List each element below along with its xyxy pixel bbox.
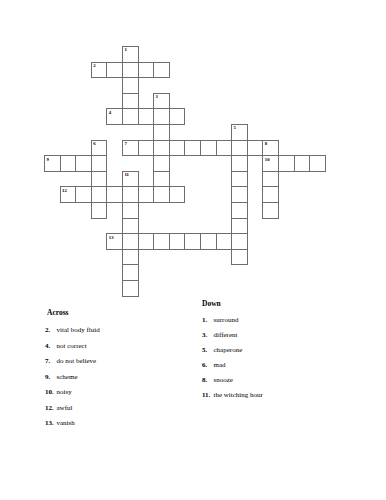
clue-number: 4. [44, 342, 57, 351]
across-clues-section: Across 2.vital body fluid4.not correct7.… [44, 308, 194, 317]
crossword-grid: 12345678910111213 [44, 46, 325, 296]
grid-cell[interactable] [91, 202, 108, 219]
grid-cell[interactable] [231, 155, 248, 172]
clue-number: 5. [201, 346, 214, 355]
clue-number: 3. [201, 331, 214, 340]
grid-cell[interactable] [216, 233, 233, 250]
down-clues-section: Down 1.surround3.different5.chaperone6.m… [201, 299, 381, 308]
grid-cell[interactable] [262, 186, 279, 203]
grid-cell[interactable] [75, 155, 92, 172]
clue-text: not correct [57, 342, 87, 350]
clue-text: mad [214, 361, 226, 369]
grid-cell[interactable]: 3 [153, 93, 170, 110]
grid-cell[interactable] [184, 140, 201, 157]
grid-cell[interactable] [262, 171, 279, 188]
cell-number: 3 [156, 94, 158, 99]
grid-cell[interactable]: 1 [122, 46, 139, 63]
crossword-worksheet-page: 12345678910111213 Across 2.vital body fl… [0, 0, 386, 500]
clue-number: 10. [44, 388, 57, 397]
clue-text: awful [57, 404, 73, 412]
grid-cell[interactable] [122, 62, 139, 79]
clue-item: 4.not correct [44, 342, 87, 351]
grid-cell[interactable] [153, 171, 170, 188]
grid-cell[interactable] [75, 186, 92, 203]
grid-cell[interactable] [138, 140, 155, 157]
grid-cell[interactable] [122, 264, 139, 281]
clue-number: 9. [44, 373, 57, 382]
clue-item: 7.do not believe [44, 357, 96, 366]
grid-cell[interactable] [91, 155, 108, 172]
cell-number: 9 [46, 157, 48, 162]
clue-text: vanish [57, 419, 75, 427]
cell-number: 11 [124, 172, 129, 177]
clue-number: 8. [201, 376, 214, 385]
clue-text: do not believe [57, 357, 97, 365]
clue-text: surround [214, 316, 239, 324]
cell-number: 4 [109, 110, 111, 115]
clue-item: 10.noisy [44, 388, 72, 397]
clue-number: 6. [201, 361, 214, 370]
clue-text: different [214, 331, 238, 339]
grid-cell[interactable] [231, 218, 248, 235]
grid-cell[interactable] [122, 93, 139, 110]
grid-cell[interactable] [122, 249, 139, 266]
grid-cell[interactable]: 13 [106, 233, 123, 250]
grid-cell[interactable] [91, 186, 108, 203]
clue-number: 13. [44, 419, 57, 428]
grid-cell[interactable] [231, 202, 248, 219]
clue-item: 3.different [201, 331, 237, 340]
grid-cell[interactable] [169, 140, 186, 157]
cell-number: 10 [265, 157, 270, 162]
clue-text: chaperone [214, 346, 243, 354]
clue-number: 12. [44, 404, 57, 413]
cell-number: 1 [124, 47, 126, 52]
grid-cell[interactable] [278, 155, 295, 172]
grid-cell[interactable] [216, 140, 233, 157]
grid-cell[interactable] [106, 62, 123, 79]
grid-cell[interactable] [153, 186, 170, 203]
grid-cell[interactable] [122, 186, 139, 203]
clue-number: 11. [201, 391, 214, 400]
grid-cell[interactable] [153, 108, 170, 125]
grid-cell[interactable]: 9 [44, 155, 61, 172]
clue-item: 2.vital body fluid [44, 326, 100, 335]
grid-cell[interactable]: 11 [122, 171, 139, 188]
cell-number: 2 [93, 63, 95, 68]
clue-item: 5.chaperone [201, 346, 242, 355]
grid-cell[interactable] [262, 202, 279, 219]
grid-cell[interactable] [122, 77, 139, 94]
grid-cell[interactable] [231, 171, 248, 188]
grid-cell[interactable] [138, 233, 155, 250]
grid-cell[interactable] [122, 218, 139, 235]
grid-cell[interactable]: 5 [231, 124, 248, 141]
grid-cell[interactable] [60, 155, 77, 172]
grid-cell[interactable] [138, 186, 155, 203]
across-header: Across [47, 308, 194, 317]
clue-item: 12.awful [44, 404, 72, 413]
grid-cell[interactable] [153, 140, 170, 157]
cell-number: 5 [234, 125, 236, 130]
cell-number: 7 [124, 141, 126, 146]
grid-cell[interactable]: 4 [106, 108, 123, 125]
grid-cell[interactable] [122, 233, 139, 250]
cell-number: 8 [265, 141, 267, 146]
grid-cell[interactable] [231, 140, 248, 157]
grid-cell[interactable] [247, 140, 264, 157]
grid-cell[interactable] [122, 108, 139, 125]
grid-cell[interactable] [106, 186, 123, 203]
grid-cell[interactable] [200, 233, 217, 250]
grid-cell[interactable]: 7 [122, 140, 139, 157]
grid-cell[interactable]: 2 [91, 62, 108, 79]
grid-cell[interactable] [153, 62, 170, 79]
clue-number: 7. [44, 357, 57, 366]
grid-cell[interactable]: 10 [262, 155, 279, 172]
clue-item: 1.surround [201, 316, 238, 325]
down-header: Down [202, 299, 381, 308]
grid-cell[interactable] [153, 233, 170, 250]
clue-number: 1. [201, 316, 214, 325]
grid-cell[interactable] [153, 155, 170, 172]
grid-cell[interactable] [309, 155, 326, 172]
grid-cell[interactable] [153, 124, 170, 141]
grid-cell[interactable] [122, 280, 139, 297]
grid-cell[interactable]: 6 [91, 140, 108, 157]
grid-cell[interactable] [169, 108, 186, 125]
grid-cell[interactable] [231, 249, 248, 266]
grid-cell[interactable] [169, 186, 186, 203]
clue-text: scheme [57, 373, 78, 381]
clue-text: snooze [214, 376, 233, 384]
clue-item: 13.vanish [44, 419, 75, 428]
cell-number: 6 [93, 141, 95, 146]
clue-item: 11.the witching hour [201, 391, 263, 400]
grid-cell[interactable] [138, 62, 155, 79]
grid-cell[interactable] [169, 233, 186, 250]
grid-cell[interactable] [231, 186, 248, 203]
grid-cell[interactable] [231, 233, 248, 250]
clue-text: vital body fluid [57, 326, 100, 334]
grid-cell[interactable]: 12 [60, 186, 77, 203]
cell-number: 13 [109, 235, 114, 240]
grid-cell[interactable] [122, 202, 139, 219]
clue-item: 9.scheme [44, 373, 78, 382]
grid-cell[interactable] [91, 171, 108, 188]
grid-cell[interactable] [294, 155, 311, 172]
clue-text: the witching hour [214, 391, 263, 399]
cell-number: 12 [62, 188, 67, 193]
grid-cell[interactable]: 8 [262, 140, 279, 157]
grid-cell[interactable] [200, 140, 217, 157]
clue-item: 6.mad [201, 361, 226, 370]
clue-item: 8.snooze [201, 376, 233, 385]
clue-text: noisy [57, 388, 72, 396]
grid-cell[interactable] [184, 233, 201, 250]
clue-number: 2. [44, 326, 57, 335]
grid-cell[interactable] [138, 108, 155, 125]
